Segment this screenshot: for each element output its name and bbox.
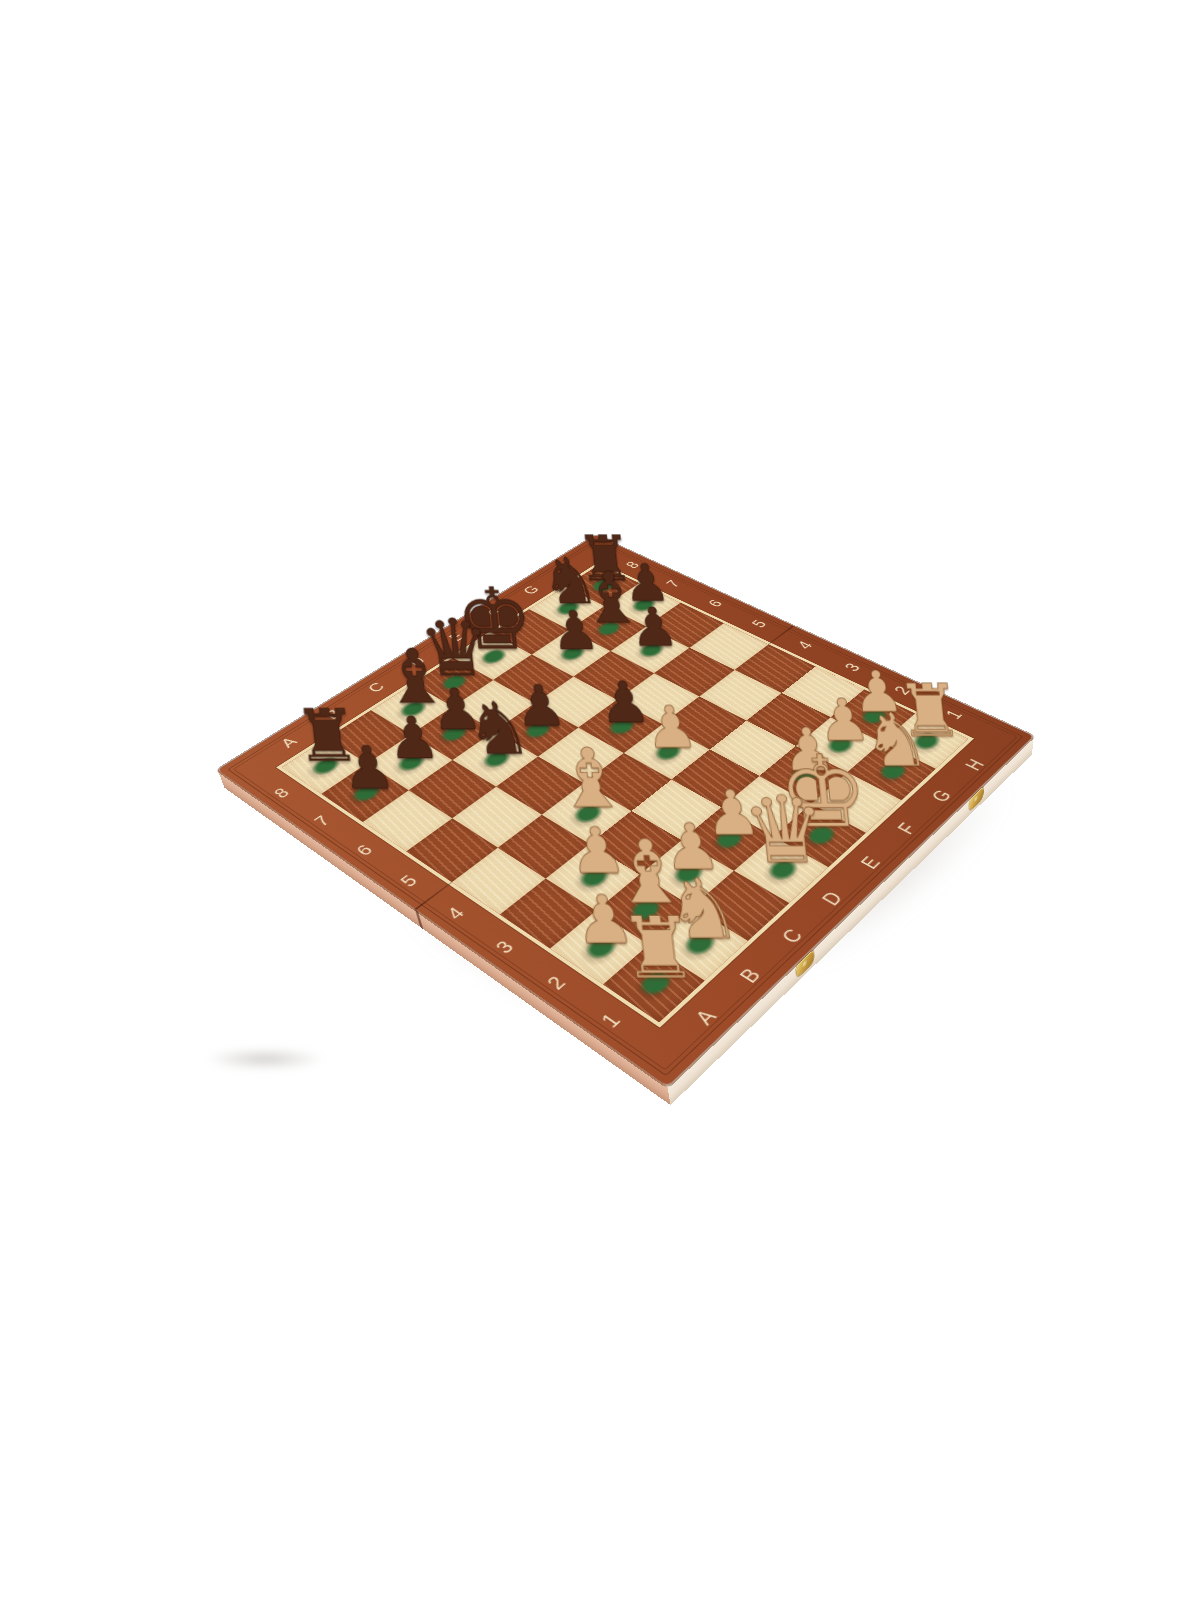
board-scene: ABCDEFGH ABCDEFGH 87654321 87654321 ♜♝♛♚…: [304, 463, 945, 1043]
piece-white-rook-a1[interactable]: ♜: [583, 909, 734, 988]
square-a7[interactable]: ♟: [321, 764, 408, 822]
fold-seam: [768, 626, 794, 645]
piece-black-pawn-g6[interactable]: ♟: [596, 603, 712, 652]
cast-shadow: [190, 1046, 340, 1072]
product-photo: ABCDEFGH ABCDEFGH 87654321 87654321 ♜♝♛♚…: [0, 0, 1200, 1600]
brass-clasp-icon: [969, 786, 984, 812]
square-a1[interactable]: ♜: [603, 945, 704, 1023]
piece-white-queen-d1[interactable]: ♛: [714, 788, 855, 873]
piece-white-bishop-c4[interactable]: ♝: [523, 742, 657, 817]
piece-black-pawn-a7[interactable]: ♟: [304, 742, 433, 797]
chess-board: ABCDEFGH ABCDEFGH 87654321 87654321 ♜♝♛♚…: [218, 535, 1034, 1086]
brass-clasp-icon: [796, 949, 814, 978]
chess-board-grid: ♜♝♛♚♞♜♟♟♟♟♝♟♞♟♟♟♝♟♟♟♝♟♟♟♟♟♜♞♛♚♞♜: [282, 564, 969, 1022]
fold-seam: [415, 882, 453, 910]
